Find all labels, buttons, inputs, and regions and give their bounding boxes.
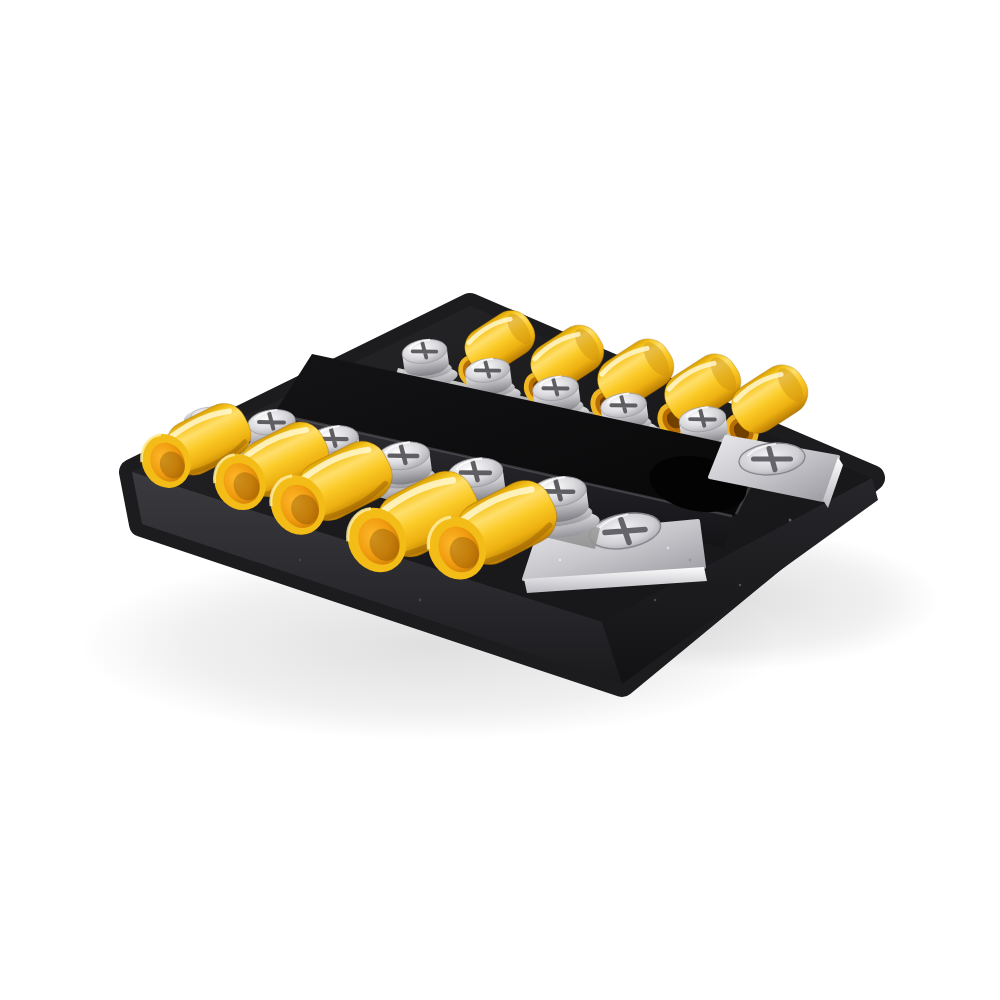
product-photo: Black 6-way bus bar terminal block fitte… (0, 0, 1000, 1000)
terminal-block-illustration (0, 0, 1000, 1000)
